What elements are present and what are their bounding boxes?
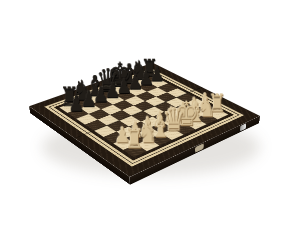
piece-white-rook-a1[interactable]: ♜ <box>124 126 138 153</box>
piece-black-pawn-a7[interactable]: ♟ <box>68 93 80 115</box>
chess-set-photo: ♜♟♟♜♞♟♟♞♝♟♟♝♚♟♟♚♛♟♟♛♝♟♟♝♞♟♟♞♜♟♟♜ <box>0 0 300 225</box>
clasp-latch-icon <box>240 123 246 131</box>
